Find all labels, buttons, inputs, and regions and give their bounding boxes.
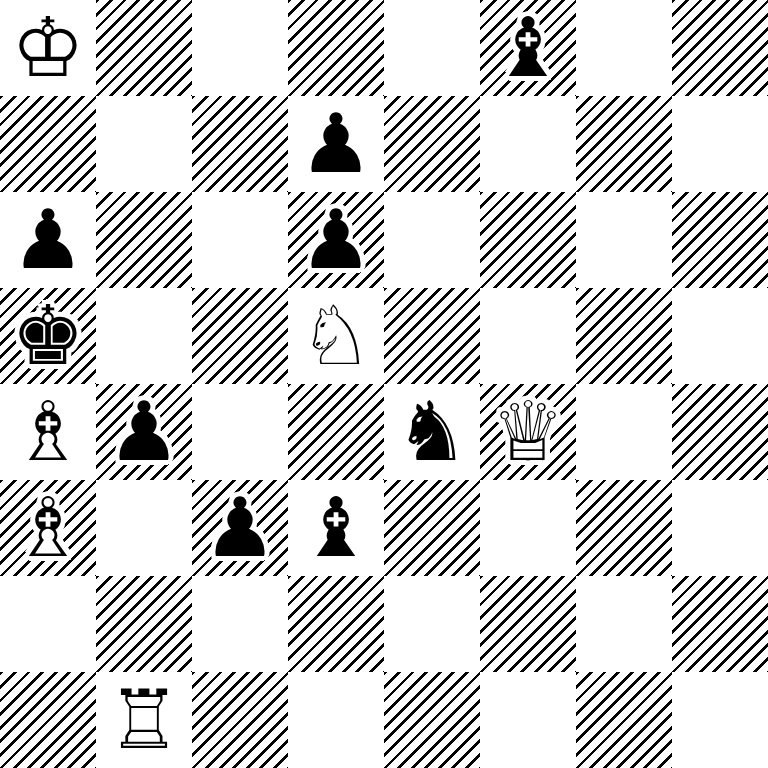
square-h4[interactable] — [672, 384, 768, 480]
square-c1[interactable] — [192, 672, 288, 768]
black-pawn-glyph: ♟ — [192, 480, 288, 576]
black-bishop-glyph: ♝ — [288, 480, 384, 576]
square-g3[interactable] — [576, 480, 672, 576]
square-e2[interactable] — [384, 576, 480, 672]
square-c5[interactable] — [192, 288, 288, 384]
square-a4[interactable]: ♝♗ — [0, 384, 96, 480]
white-queen-outline-glyph: ♕ — [480, 384, 576, 480]
square-f7[interactable] — [480, 96, 576, 192]
white-rook: ♜♖ — [96, 672, 192, 768]
square-f4[interactable]: ♛♕ — [480, 384, 576, 480]
square-g2[interactable] — [576, 576, 672, 672]
black-bishop: ♝ — [288, 480, 384, 576]
white-bishop-outline-glyph: ♗ — [0, 480, 96, 576]
square-e3[interactable] — [384, 480, 480, 576]
square-b4[interactable]: ♟ — [96, 384, 192, 480]
white-bishop-outline-glyph: ♗ — [0, 384, 96, 480]
square-a2[interactable] — [0, 576, 96, 672]
square-g1[interactable] — [576, 672, 672, 768]
square-c8[interactable] — [192, 0, 288, 96]
square-d7[interactable]: ♟ — [288, 96, 384, 192]
square-h8[interactable] — [672, 0, 768, 96]
white-rook-outline-glyph: ♖ — [96, 672, 192, 768]
square-h6[interactable] — [672, 192, 768, 288]
square-d8[interactable] — [288, 0, 384, 96]
square-a1[interactable] — [0, 672, 96, 768]
square-c6[interactable] — [192, 192, 288, 288]
square-b7[interactable] — [96, 96, 192, 192]
square-c3[interactable]: ♟ — [192, 480, 288, 576]
black-knight: ♞ — [384, 384, 480, 480]
black-pawn: ♟ — [288, 192, 384, 288]
square-c4[interactable] — [192, 384, 288, 480]
square-d2[interactable] — [288, 576, 384, 672]
square-f3[interactable] — [480, 480, 576, 576]
black-pawn: ♟ — [96, 384, 192, 480]
square-h5[interactable] — [672, 288, 768, 384]
white-bishop: ♝♗ — [0, 480, 96, 576]
square-e8[interactable] — [384, 0, 480, 96]
square-a7[interactable] — [0, 96, 96, 192]
square-f6[interactable] — [480, 192, 576, 288]
white-king: ♚♔ — [0, 0, 96, 96]
square-c2[interactable] — [192, 576, 288, 672]
square-f8[interactable]: ♝ — [480, 0, 576, 96]
white-knight-outline-glyph: ♘ — [288, 288, 384, 384]
square-f1[interactable] — [480, 672, 576, 768]
square-d6[interactable]: ♟ — [288, 192, 384, 288]
square-b1[interactable]: ♜♖ — [96, 672, 192, 768]
square-g6[interactable] — [576, 192, 672, 288]
square-a3[interactable]: ♝♗ — [0, 480, 96, 576]
square-e1[interactable] — [384, 672, 480, 768]
square-g4[interactable] — [576, 384, 672, 480]
square-h2[interactable] — [672, 576, 768, 672]
square-b3[interactable] — [96, 480, 192, 576]
black-pawn-glyph: ♟ — [288, 96, 384, 192]
square-a6[interactable]: ♟ — [0, 192, 96, 288]
square-e6[interactable] — [384, 192, 480, 288]
square-f2[interactable] — [480, 576, 576, 672]
square-g7[interactable] — [576, 96, 672, 192]
square-e5[interactable] — [384, 288, 480, 384]
square-f5[interactable] — [480, 288, 576, 384]
black-king: ♚ — [0, 288, 96, 384]
black-bishop: ♝ — [480, 0, 576, 96]
black-pawn-glyph: ♟ — [288, 192, 384, 288]
black-pawn: ♟ — [192, 480, 288, 576]
square-e4[interactable]: ♞ — [384, 384, 480, 480]
white-bishop: ♝♗ — [0, 384, 96, 480]
chess-board: ♚♔♝♟♟♟♚♞♘♝♗♟♞♛♕♝♗♟♝♜♖ — [0, 0, 768, 768]
square-g5[interactable] — [576, 288, 672, 384]
white-queen: ♛♕ — [480, 384, 576, 480]
black-pawn: ♟ — [0, 192, 96, 288]
square-h1[interactable] — [672, 672, 768, 768]
black-pawn-glyph: ♟ — [0, 192, 96, 288]
white-king-outline-glyph: ♔ — [0, 0, 96, 96]
black-bishop-glyph: ♝ — [480, 0, 576, 96]
black-pawn-glyph: ♟ — [96, 384, 192, 480]
square-h7[interactable] — [672, 96, 768, 192]
square-h3[interactable] — [672, 480, 768, 576]
square-g8[interactable] — [576, 0, 672, 96]
square-b6[interactable] — [96, 192, 192, 288]
square-d5[interactable]: ♞♘ — [288, 288, 384, 384]
square-a8[interactable]: ♚♔ — [0, 0, 96, 96]
square-a5[interactable]: ♚ — [0, 288, 96, 384]
square-c7[interactable] — [192, 96, 288, 192]
square-b2[interactable] — [96, 576, 192, 672]
white-knight: ♞♘ — [288, 288, 384, 384]
square-b5[interactable] — [96, 288, 192, 384]
black-knight-glyph: ♞ — [384, 384, 480, 480]
square-e7[interactable] — [384, 96, 480, 192]
black-pawn: ♟ — [288, 96, 384, 192]
square-d3[interactable]: ♝ — [288, 480, 384, 576]
square-d4[interactable] — [288, 384, 384, 480]
square-b8[interactable] — [96, 0, 192, 96]
black-king-glyph: ♚ — [0, 288, 96, 384]
square-d1[interactable] — [288, 672, 384, 768]
